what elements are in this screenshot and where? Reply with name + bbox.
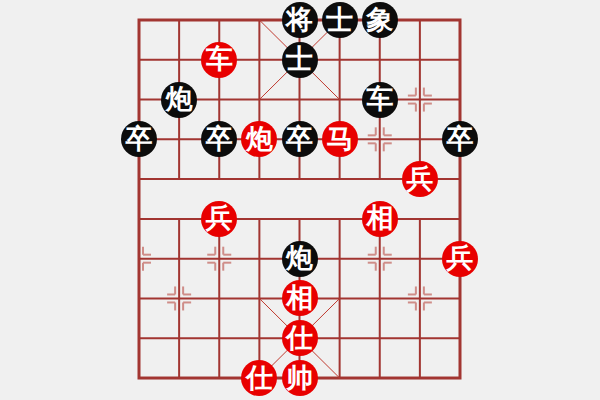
- red-cannon[interactable]: 炮: [241, 121, 277, 157]
- black-soldier[interactable]: 卒: [282, 121, 318, 157]
- red-elephant[interactable]: 相: [282, 280, 318, 316]
- black-cannon[interactable]: 炮: [282, 241, 318, 277]
- red-horse[interactable]: 马: [322, 121, 358, 157]
- black-chariot[interactable]: 车: [362, 82, 398, 118]
- red-advisor[interactable]: 仕: [282, 320, 318, 356]
- red-soldier[interactable]: 兵: [201, 201, 237, 237]
- red-soldier[interactable]: 兵: [402, 161, 438, 197]
- black-general[interactable]: 将: [282, 2, 318, 38]
- red-soldier[interactable]: 兵: [442, 241, 478, 277]
- black-soldier[interactable]: 卒: [201, 121, 237, 157]
- xiangqi-app: 将士象车士炮车卒卒炮卒马卒兵兵相炮兵相仕仕帅: [0, 0, 600, 400]
- red-general[interactable]: 帅: [282, 360, 318, 396]
- red-chariot[interactable]: 车: [201, 42, 237, 78]
- red-elephant[interactable]: 相: [362, 201, 398, 237]
- pieces-layer: 将士象车士炮车卒卒炮卒马卒兵兵相炮兵相仕仕帅: [0, 0, 600, 400]
- black-elephant[interactable]: 象: [362, 2, 398, 38]
- black-soldier[interactable]: 卒: [442, 121, 478, 157]
- black-soldier[interactable]: 卒: [121, 121, 157, 157]
- black-advisor[interactable]: 士: [282, 42, 318, 78]
- black-advisor[interactable]: 士: [322, 2, 358, 38]
- black-cannon[interactable]: 炮: [161, 82, 197, 118]
- red-advisor[interactable]: 仕: [241, 360, 277, 396]
